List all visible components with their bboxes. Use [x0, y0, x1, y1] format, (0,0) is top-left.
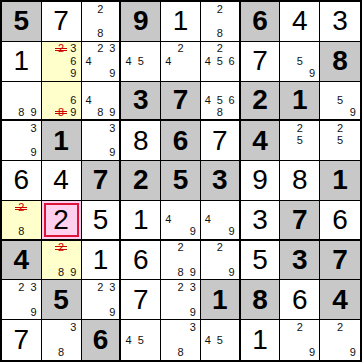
cell-r8c4[interactable]: 7 — [121, 280, 161, 320]
solved-digit: 1 — [93, 246, 109, 274]
candidate-2: 2 — [94, 3, 106, 15]
candidate-grid: 25 — [281, 122, 318, 159]
cell-r7c5[interactable]: 289 — [161, 241, 201, 281]
solved-digit: 2 — [53, 206, 69, 234]
given-digit: 1 — [292, 86, 308, 114]
cell-r7c6[interactable]: 29 — [201, 241, 241, 281]
candidate-4: 4 — [162, 214, 174, 226]
candidate-grid: 289 — [162, 242, 199, 279]
solved-digit: 6 — [14, 166, 30, 194]
candidate-4: 4 — [83, 55, 95, 67]
candidate-grid: 4568 — [202, 83, 238, 119]
cell-r6c3[interactable]: 5 — [82, 201, 122, 241]
candidate-grid: 2349 — [83, 43, 119, 80]
candidate-2-eliminated: 2 — [55, 242, 67, 254]
candidate-4: 4 — [83, 94, 95, 106]
candidate-grid: 59 — [321, 83, 359, 119]
given-digit: 3 — [212, 166, 228, 194]
candidate-9: 9 — [106, 147, 118, 159]
cell-r3c8[interactable]: 1 — [280, 82, 320, 122]
candidate-grid: 489 — [83, 83, 119, 119]
candidate-3: 3 — [106, 281, 118, 293]
cell-r9c3[interactable]: 6 — [82, 320, 122, 360]
given-digit: 5 — [173, 166, 189, 194]
candidate-8-eliminated: 8 — [55, 106, 67, 118]
cell-r2c3[interactable]: 2349 — [82, 42, 122, 82]
cell-r7c8[interactable]: 3 — [280, 241, 320, 281]
solved-digit: 1 — [173, 7, 189, 35]
given-digit: 2 — [252, 86, 268, 114]
solved-digit: 1 — [252, 326, 268, 354]
given-digit: 7 — [292, 206, 308, 234]
cell-r9c8[interactable]: 29 — [280, 320, 320, 360]
candidate-grid: 28 — [83, 3, 119, 40]
cell-r7c7[interactable]: 5 — [241, 241, 281, 281]
candidate-3: 3 — [187, 321, 199, 334]
cell-r3c1[interactable]: 89 — [2, 82, 42, 122]
cell-r4c3[interactable]: 39 — [82, 121, 122, 161]
candidate-9: 9 — [187, 306, 199, 318]
cell-r4c1[interactable]: 39 — [2, 121, 42, 161]
candidate-9: 9 — [106, 106, 118, 118]
candidate-8: 8 — [174, 346, 186, 359]
cell-r5c8[interactable]: 8 — [280, 161, 320, 201]
cell-r5c1[interactable]: 6 — [2, 161, 42, 201]
candidate-5: 5 — [214, 94, 226, 106]
candidate-grid: 49 — [202, 202, 238, 238]
cell-r3c5[interactable]: 7 — [161, 82, 201, 122]
given-digit: 3 — [292, 246, 308, 274]
candidate-grid: 59 — [281, 43, 318, 80]
candidate-9: 9 — [306, 346, 318, 359]
cell-r4c8[interactable]: 25 — [280, 121, 320, 161]
candidate-2: 2 — [294, 122, 306, 134]
cell-r7c9[interactable]: 7 — [320, 241, 360, 281]
candidate-grid: 239 — [83, 281, 119, 318]
solved-digit: 7 — [14, 326, 30, 354]
cell-r4c2[interactable]: 1 — [42, 121, 82, 161]
cell-r7c2[interactable]: 289 — [42, 241, 82, 281]
candidate-8: 8 — [94, 28, 106, 40]
candidate-grid: 39 — [3, 122, 40, 159]
candidate-3: 3 — [187, 281, 199, 293]
cell-r3c4[interactable]: 3 — [121, 82, 161, 122]
candidate-grid: 38 — [162, 321, 199, 359]
given-digit: 8 — [332, 47, 348, 75]
given-digit: 5 — [14, 7, 30, 35]
candidate-grid: 2456 — [202, 43, 238, 80]
given-digit: 1 — [332, 166, 348, 194]
candidate-2: 2 — [174, 242, 186, 254]
candidate-2: 2 — [94, 43, 106, 55]
cell-r1c1[interactable]: 5 — [2, 2, 42, 42]
candidate-9: 9 — [306, 67, 318, 79]
given-digit: 5 — [53, 286, 69, 314]
candidate-grid: 29 — [321, 321, 359, 359]
candidate-grid: 25 — [321, 122, 359, 159]
cell-r9c9[interactable]: 29 — [320, 320, 360, 360]
cell-r5c4[interactable]: 2 — [121, 161, 161, 201]
solved-digit: 3 — [252, 206, 268, 234]
cell-r8c2[interactable]: 5 — [42, 280, 82, 320]
cell-r1c7[interactable]: 6 — [241, 2, 281, 42]
cell-r1c3[interactable]: 28 — [82, 2, 122, 42]
cell-r3c2[interactable]: 689 — [42, 82, 82, 122]
candidate-grid: 289 — [43, 242, 80, 279]
candidate-3: 3 — [28, 281, 40, 293]
given-digit: 6 — [93, 326, 109, 354]
candidate-2: 2 — [214, 3, 226, 15]
cell-r6c5[interactable]: 49 — [161, 201, 201, 241]
cell-r2c8[interactable]: 59 — [280, 42, 320, 82]
cell-r2c9[interactable]: 8 — [320, 42, 360, 82]
given-digit: 6 — [173, 127, 189, 155]
candidate-9: 9 — [346, 346, 359, 359]
solved-digit: 6 — [133, 246, 149, 274]
cell-r8c9[interactable]: 4 — [320, 280, 360, 320]
candidate-3: 3 — [67, 43, 79, 55]
candidate-3: 3 — [106, 43, 118, 55]
candidate-3: 3 — [67, 321, 79, 334]
candidate-5: 5 — [294, 55, 306, 67]
cell-r6c9[interactable]: 6 — [320, 201, 360, 241]
solved-digit: 4 — [292, 7, 308, 35]
solved-digit: 7 — [212, 127, 228, 155]
cell-r1c4[interactable]: 9 — [121, 2, 161, 42]
cell-r3c3[interactable]: 489 — [82, 82, 122, 122]
solved-digit: 3 — [332, 7, 348, 35]
cell-r1c8[interactable]: 4 — [280, 2, 320, 42]
candidate-6: 6 — [226, 55, 238, 67]
candidate-5: 5 — [135, 334, 147, 347]
cell-r5c6[interactable]: 3 — [201, 161, 241, 201]
candidate-8: 8 — [94, 106, 106, 118]
solved-digit: 1 — [133, 206, 149, 234]
cell-r7c4[interactable]: 6 — [121, 241, 161, 281]
candidate-8: 8 — [55, 346, 67, 359]
cell-r1c5[interactable]: 1 — [161, 2, 201, 42]
candidate-2: 2 — [174, 43, 186, 55]
given-digit: 1 — [212, 286, 228, 314]
candidate-9: 9 — [106, 67, 118, 79]
candidate-grid: 38 — [43, 321, 80, 359]
cell-r4c4[interactable]: 8 — [121, 121, 161, 161]
candidate-2: 2 — [214, 242, 226, 254]
candidate-9: 9 — [28, 147, 40, 159]
candidate-grid: 89 — [3, 83, 40, 119]
candidate-9: 9 — [187, 266, 199, 278]
candidate-8: 8 — [214, 106, 226, 118]
solved-digit: 4 — [53, 166, 69, 194]
solved-digit: 1 — [14, 47, 30, 75]
candidate-8: 8 — [174, 266, 186, 278]
solved-digit: 8 — [292, 166, 308, 194]
cell-r2c4[interactable]: 45 — [121, 42, 161, 82]
candidate-grid: 28 — [202, 3, 238, 40]
candidate-grid: 39 — [83, 122, 119, 159]
candidate-8: 8 — [15, 106, 27, 118]
solved-digit: 7 — [53, 7, 69, 35]
given-digit: 4 — [252, 127, 268, 155]
candidate-grid: 45 — [122, 43, 159, 80]
candidate-4: 4 — [202, 334, 214, 347]
cell-r2c1[interactable]: 1 — [2, 42, 42, 82]
candidate-5: 5 — [334, 94, 347, 106]
solved-digit: 6 — [332, 206, 348, 234]
candidate-5: 5 — [214, 55, 226, 67]
candidate-4: 4 — [202, 55, 214, 67]
candidate-4: 4 — [162, 55, 174, 67]
candidate-9: 9 — [187, 226, 199, 238]
cell-r8c1[interactable]: 239 — [2, 280, 42, 320]
cell-r7c1[interactable]: 4 — [2, 241, 42, 281]
candidate-5: 5 — [214, 334, 226, 347]
cell-r6c7[interactable]: 3 — [241, 201, 281, 241]
solved-digit: 5 — [93, 206, 109, 234]
cell-r5c2[interactable]: 4 — [42, 161, 82, 201]
given-digit: 7 — [332, 246, 348, 274]
candidate-4: 4 — [202, 214, 214, 226]
cell-r2c6[interactable]: 2456 — [201, 42, 241, 82]
cell-r5c3[interactable]: 7 — [82, 161, 122, 201]
candidate-2: 2 — [294, 321, 306, 334]
cell-r9c5[interactable]: 38 — [161, 320, 201, 360]
candidate-3: 3 — [106, 122, 118, 134]
cell-r1c9[interactable]: 3 — [320, 2, 360, 42]
cell-r4c5[interactable]: 6 — [161, 121, 201, 161]
candidate-9: 9 — [67, 266, 79, 278]
candidate-2: 2 — [15, 281, 27, 293]
cell-r7c3[interactable]: 1 — [82, 241, 122, 281]
candidate-6: 6 — [67, 55, 79, 67]
given-digit: 1 — [53, 127, 69, 155]
candidate-9: 9 — [28, 306, 40, 318]
cell-r6c6[interactable]: 49 — [201, 201, 241, 241]
given-digit: 7 — [173, 86, 189, 114]
cell-r4c9[interactable]: 25 — [320, 121, 360, 161]
cell-r6c8[interactable]: 7 — [280, 201, 320, 241]
candidate-9: 9 — [226, 226, 238, 238]
solved-digit: 6 — [292, 286, 308, 314]
cell-r8c5[interactable]: 239 — [161, 280, 201, 320]
candidate-grid: 2369 — [43, 43, 80, 80]
cell-r2c7[interactable]: 7 — [241, 42, 281, 82]
candidate-3: 3 — [28, 122, 40, 134]
cell-r6c4[interactable]: 1 — [121, 201, 161, 241]
candidate-8: 8 — [55, 266, 67, 278]
candidate-8: 8 — [15, 226, 27, 238]
cell-r4c7[interactable]: 4 — [241, 121, 281, 161]
candidate-grid: 239 — [3, 281, 40, 318]
solved-digit: 5 — [252, 246, 268, 274]
candidate-5: 5 — [294, 135, 306, 147]
cell-r8c3[interactable]: 239 — [82, 280, 122, 320]
cell-r9c6[interactable]: 45 — [201, 320, 241, 360]
candidate-5: 5 — [135, 55, 147, 67]
candidate-grid: 45 — [122, 321, 159, 359]
cell-r1c6[interactable]: 28 — [201, 2, 241, 42]
cell-r2c2[interactable]: 2369 — [42, 42, 82, 82]
cell-r3c9[interactable]: 59 — [320, 82, 360, 122]
candidate-9: 9 — [106, 306, 118, 318]
candidate-grid: 24 — [162, 43, 199, 80]
candidate-2: 2 — [174, 281, 186, 293]
candidate-5: 5 — [334, 135, 347, 147]
sudoku-board: 5728912864312369234945242456759889689489… — [0, 0, 362, 362]
candidate-2: 2 — [214, 43, 226, 55]
candidate-2-eliminated: 2 — [55, 43, 67, 55]
cell-r9c1[interactable]: 7 — [2, 320, 42, 360]
candidate-4: 4 — [122, 55, 134, 67]
solved-digit: 7 — [133, 286, 149, 314]
candidate-grid: 28 — [3, 202, 40, 238]
solved-digit: 9 — [252, 166, 268, 194]
candidate-6: 6 — [226, 94, 238, 106]
given-digit: 4 — [332, 286, 348, 314]
candidate-grid: 29 — [202, 242, 238, 279]
cell-r3c7[interactable]: 2 — [241, 82, 281, 122]
cell-r8c6[interactable]: 1 — [201, 280, 241, 320]
candidate-2-eliminated: 2 — [15, 202, 27, 214]
cell-r9c2[interactable]: 38 — [42, 320, 82, 360]
cell-r4c6[interactable]: 7 — [201, 121, 241, 161]
given-digit: 2 — [133, 166, 149, 194]
cell-r5c7[interactable]: 9 — [241, 161, 281, 201]
cell-r6c2[interactable]: 2 — [42, 201, 82, 241]
given-digit: 4 — [14, 246, 30, 274]
candidate-9: 9 — [67, 67, 79, 79]
cell-r6c1[interactable]: 28 — [2, 201, 42, 241]
solved-digit: 8 — [133, 127, 149, 155]
given-digit: 7 — [93, 166, 109, 194]
cell-r5c5[interactable]: 5 — [161, 161, 201, 201]
candidate-9: 9 — [346, 106, 359, 118]
candidate-grid: 239 — [162, 281, 199, 318]
candidate-9: 9 — [67, 106, 79, 118]
candidate-grid: 689 — [43, 83, 80, 119]
given-digit: 8 — [252, 286, 268, 314]
candidate-9: 9 — [226, 266, 238, 278]
given-digit: 9 — [133, 7, 149, 35]
cell-r1c2[interactable]: 7 — [42, 2, 82, 42]
candidate-4: 4 — [122, 334, 134, 347]
cell-r3c6[interactable]: 4568 — [201, 82, 241, 122]
cell-r2c5[interactable]: 24 — [161, 42, 201, 82]
candidate-grid: 45 — [202, 321, 238, 359]
candidate-grid: 29 — [281, 321, 318, 359]
candidate-2: 2 — [94, 281, 106, 293]
candidate-4: 4 — [202, 94, 214, 106]
candidate-2: 2 — [334, 321, 347, 334]
candidate-8: 8 — [214, 28, 226, 40]
solved-digit: 7 — [252, 47, 268, 75]
cell-r9c7[interactable]: 1 — [241, 320, 281, 360]
cell-r9c4[interactable]: 45 — [121, 320, 161, 360]
given-digit: 6 — [252, 7, 268, 35]
cell-r5c9[interactable]: 1 — [320, 161, 360, 201]
candidate-2: 2 — [334, 122, 347, 134]
candidate-9: 9 — [28, 106, 40, 118]
candidate-6: 6 — [67, 94, 79, 106]
candidate-grid: 49 — [162, 202, 199, 238]
given-digit: 3 — [133, 86, 149, 114]
cell-r8c8[interactable]: 6 — [280, 280, 320, 320]
cell-r8c7[interactable]: 8 — [241, 280, 281, 320]
